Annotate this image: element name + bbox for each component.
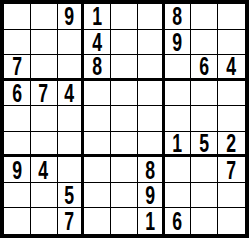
cell-r4c1[interactable]: 6 — [4, 81, 31, 107]
given-digit: 5 — [199, 132, 209, 156]
given-digit: 6 — [173, 208, 183, 234]
cell-r4c2[interactable]: 7 — [31, 81, 58, 107]
cell-r4c9[interactable] — [218, 81, 245, 107]
cell-r7c1[interactable]: 9 — [4, 157, 31, 183]
given-digit: 7 — [65, 208, 75, 234]
cell-r3c1[interactable]: 7 — [4, 55, 31, 81]
cell-r8c8[interactable] — [191, 183, 218, 209]
given-digit: 7 — [39, 81, 49, 106]
cell-r3c9[interactable]: 4 — [218, 55, 245, 81]
cell-r3c7[interactable] — [165, 55, 192, 81]
cell-r6c3[interactable] — [58, 132, 85, 158]
cell-r2c9[interactable] — [218, 30, 245, 56]
given-digit: 5 — [65, 183, 75, 208]
cell-r8c5[interactable] — [111, 183, 138, 209]
cell-r6c7[interactable]: 1 — [165, 132, 192, 158]
cell-r9c7[interactable]: 6 — [165, 208, 192, 234]
cell-r7c3[interactable] — [58, 157, 85, 183]
sudoku-board: 918497864674152948759716 — [0, 0, 249, 238]
cell-r7c5[interactable] — [111, 157, 138, 183]
cell-r2c7[interactable]: 9 — [165, 30, 192, 56]
cell-r4c5[interactable] — [111, 81, 138, 107]
given-digit: 9 — [65, 4, 75, 29]
given-digit: 8 — [173, 4, 183, 29]
given-digit: 4 — [65, 81, 75, 106]
given-digit: 6 — [199, 55, 209, 79]
cell-r3c4[interactable]: 8 — [84, 55, 111, 81]
cell-r8c2[interactable] — [31, 183, 58, 209]
cell-r5c5[interactable] — [111, 106, 138, 132]
cell-r5c2[interactable] — [31, 106, 58, 132]
cell-r5c4[interactable] — [84, 106, 111, 132]
cell-r2c1[interactable] — [4, 30, 31, 56]
cell-r5c9[interactable] — [218, 106, 245, 132]
cell-r7c6[interactable]: 8 — [138, 157, 165, 183]
given-digit: 7 — [227, 157, 237, 182]
cell-r5c1[interactable] — [4, 106, 31, 132]
cell-r4c4[interactable] — [84, 81, 111, 107]
cell-r1c5[interactable] — [111, 4, 138, 30]
cell-r1c7[interactable]: 8 — [165, 4, 192, 30]
cell-r7c8[interactable] — [191, 157, 218, 183]
cell-r1c9[interactable] — [218, 4, 245, 30]
given-digit: 9 — [145, 183, 155, 208]
cell-r4c7[interactable] — [165, 81, 192, 107]
cell-r1c2[interactable] — [31, 4, 58, 30]
cell-r2c3[interactable] — [58, 30, 85, 56]
cell-r6c2[interactable] — [31, 132, 58, 158]
cell-r9c3[interactable]: 7 — [58, 208, 85, 234]
cell-r6c9[interactable]: 2 — [218, 132, 245, 158]
cell-r1c1[interactable] — [4, 4, 31, 30]
given-digit: 9 — [12, 157, 22, 182]
given-digit: 4 — [39, 157, 49, 182]
cell-r5c7[interactable] — [165, 106, 192, 132]
cell-r3c2[interactable] — [31, 55, 58, 81]
cell-r6c4[interactable] — [84, 132, 111, 158]
cell-r3c3[interactable] — [58, 55, 85, 81]
cell-r9c5[interactable] — [111, 208, 138, 234]
cell-r5c6[interactable] — [138, 106, 165, 132]
cell-r6c6[interactable] — [138, 132, 165, 158]
given-digit: 2 — [227, 132, 237, 156]
cell-r3c5[interactable] — [111, 55, 138, 81]
cell-r9c6[interactable]: 1 — [138, 208, 165, 234]
given-digit: 7 — [12, 55, 22, 79]
cell-r8c7[interactable] — [165, 183, 192, 209]
cell-r7c9[interactable]: 7 — [218, 157, 245, 183]
cell-r3c6[interactable] — [138, 55, 165, 81]
cell-r2c4[interactable]: 4 — [84, 30, 111, 56]
cell-r8c6[interactable]: 9 — [138, 183, 165, 209]
cell-r9c2[interactable] — [31, 208, 58, 234]
cell-r9c1[interactable] — [4, 208, 31, 234]
cell-r8c1[interactable] — [4, 183, 31, 209]
cell-r2c2[interactable] — [31, 30, 58, 56]
given-digit: 1 — [173, 132, 183, 156]
cell-r1c4[interactable]: 1 — [84, 4, 111, 30]
given-digit: 9 — [173, 30, 183, 55]
given-digit: 4 — [92, 30, 102, 55]
cell-r1c6[interactable] — [138, 4, 165, 30]
cell-r7c4[interactable] — [84, 157, 111, 183]
given-digit: 8 — [92, 55, 102, 79]
given-digit: 4 — [227, 55, 237, 79]
cell-r4c8[interactable] — [191, 81, 218, 107]
cell-r2c5[interactable] — [111, 30, 138, 56]
cell-r8c4[interactable] — [84, 183, 111, 209]
given-digit: 1 — [145, 208, 155, 234]
cell-r4c3[interactable]: 4 — [58, 81, 85, 107]
cell-r9c8[interactable] — [191, 208, 218, 234]
cell-r1c3[interactable]: 9 — [58, 4, 85, 30]
cell-r4c6[interactable] — [138, 81, 165, 107]
cell-r5c8[interactable] — [191, 106, 218, 132]
cell-r6c8[interactable]: 5 — [191, 132, 218, 158]
cell-r2c6[interactable] — [138, 30, 165, 56]
cell-r6c1[interactable] — [4, 132, 31, 158]
cell-r7c7[interactable] — [165, 157, 192, 183]
cell-r2c8[interactable] — [191, 30, 218, 56]
cell-r9c9[interactable] — [218, 208, 245, 234]
cell-r7c2[interactable]: 4 — [31, 157, 58, 183]
given-digit: 6 — [12, 81, 22, 106]
given-digit: 1 — [92, 4, 102, 29]
cell-r8c9[interactable] — [218, 183, 245, 209]
cell-r5c3[interactable] — [58, 106, 85, 132]
given-digit: 8 — [145, 157, 155, 182]
cell-r8c3[interactable]: 5 — [58, 183, 85, 209]
cell-r3c8[interactable]: 6 — [191, 55, 218, 81]
cell-r6c5[interactable] — [111, 132, 138, 158]
cell-r1c8[interactable] — [191, 4, 218, 30]
cell-r9c4[interactable] — [84, 208, 111, 234]
